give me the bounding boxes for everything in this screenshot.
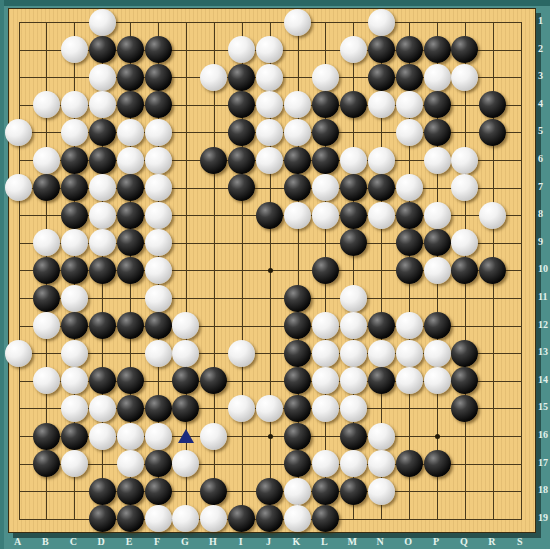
- black-stone: [145, 312, 172, 339]
- black-stone: [312, 119, 339, 146]
- white-stone: [5, 174, 32, 201]
- white-stone: [340, 340, 367, 367]
- white-stone: [340, 312, 367, 339]
- white-stone: [340, 147, 367, 174]
- hoshi-point: [435, 434, 440, 439]
- white-stone: [256, 91, 283, 118]
- black-stone: [340, 174, 367, 201]
- row-label-4: 4: [538, 98, 550, 109]
- black-stone: [256, 202, 283, 229]
- column-label-I: I: [231, 536, 251, 547]
- white-stone: [368, 450, 395, 477]
- white-stone: [312, 64, 339, 91]
- white-stone: [451, 229, 478, 256]
- black-stone: [312, 257, 339, 284]
- black-stone: [33, 174, 60, 201]
- white-stone: [228, 340, 255, 367]
- white-stone: [312, 450, 339, 477]
- white-stone: [61, 229, 88, 256]
- black-stone: [368, 64, 395, 91]
- column-label-G: G: [175, 536, 195, 547]
- white-stone: [33, 91, 60, 118]
- black-stone: [284, 367, 311, 394]
- black-stone: [117, 174, 144, 201]
- white-stone: [117, 450, 144, 477]
- column-label-H: H: [203, 536, 223, 547]
- black-stone: [396, 64, 423, 91]
- black-stone: [284, 285, 311, 312]
- black-stone: [340, 91, 367, 118]
- white-stone: [256, 64, 283, 91]
- go-viewer-window: ABCDEFGHIJKLMNOPQRS123456789101112131415…: [0, 0, 550, 549]
- black-stone: [145, 395, 172, 422]
- white-stone: [172, 450, 199, 477]
- column-label-C: C: [63, 536, 83, 547]
- row-label-14: 14: [538, 374, 550, 385]
- white-stone: [5, 340, 32, 367]
- go-board[interactable]: [8, 8, 536, 533]
- black-stone: [340, 423, 367, 450]
- black-stone: [424, 36, 451, 63]
- white-stone: [89, 423, 116, 450]
- black-stone: [368, 367, 395, 394]
- row-label-19: 19: [538, 512, 550, 523]
- black-stone: [145, 478, 172, 505]
- column-label-D: D: [91, 536, 111, 547]
- black-stone: [284, 312, 311, 339]
- grid-line-vertical: [19, 22, 20, 520]
- white-stone: [5, 119, 32, 146]
- black-stone: [396, 36, 423, 63]
- white-stone: [200, 423, 227, 450]
- black-stone: [61, 423, 88, 450]
- frame-bevel-left: [0, 0, 4, 549]
- black-stone: [396, 257, 423, 284]
- white-stone: [256, 395, 283, 422]
- black-stone: [284, 340, 311, 367]
- white-stone: [396, 312, 423, 339]
- grid-line-vertical: [186, 22, 187, 520]
- white-stone: [284, 478, 311, 505]
- black-stone: [479, 119, 506, 146]
- black-stone: [256, 478, 283, 505]
- black-stone: [451, 257, 478, 284]
- column-label-A: A: [8, 536, 28, 547]
- black-stone: [89, 257, 116, 284]
- column-label-R: R: [482, 536, 502, 547]
- white-stone: [479, 202, 506, 229]
- black-stone: [89, 36, 116, 63]
- row-label-1: 1: [538, 15, 550, 26]
- white-stone: [61, 367, 88, 394]
- white-stone: [89, 174, 116, 201]
- column-label-K: K: [287, 536, 307, 547]
- black-stone: [89, 505, 116, 532]
- white-stone: [368, 9, 395, 36]
- white-stone: [424, 257, 451, 284]
- black-stone: [396, 229, 423, 256]
- black-stone: [228, 505, 255, 532]
- white-stone: [89, 395, 116, 422]
- hoshi-point: [268, 434, 273, 439]
- black-stone: [479, 91, 506, 118]
- white-stone: [117, 147, 144, 174]
- white-stone: [284, 505, 311, 532]
- black-stone: [117, 312, 144, 339]
- black-stone: [200, 478, 227, 505]
- black-stone: [284, 174, 311, 201]
- row-label-12: 12: [538, 319, 550, 330]
- white-stone: [61, 91, 88, 118]
- white-stone: [145, 285, 172, 312]
- black-stone: [89, 478, 116, 505]
- white-stone: [312, 367, 339, 394]
- black-stone: [33, 450, 60, 477]
- row-label-2: 2: [538, 43, 550, 54]
- white-stone: [312, 174, 339, 201]
- black-stone: [284, 423, 311, 450]
- white-stone: [117, 423, 144, 450]
- black-stone: [424, 229, 451, 256]
- white-stone: [256, 119, 283, 146]
- white-stone: [284, 9, 311, 36]
- column-label-J: J: [259, 536, 279, 547]
- white-stone: [340, 285, 367, 312]
- white-stone: [340, 395, 367, 422]
- row-label-11: 11: [538, 291, 550, 302]
- white-stone: [200, 505, 227, 532]
- black-stone: [172, 367, 199, 394]
- black-stone: [368, 174, 395, 201]
- black-stone: [479, 257, 506, 284]
- black-stone: [61, 202, 88, 229]
- row-label-5: 5: [538, 125, 550, 136]
- white-stone: [145, 229, 172, 256]
- white-stone: [396, 340, 423, 367]
- black-stone: [312, 91, 339, 118]
- black-stone: [284, 395, 311, 422]
- white-stone: [256, 36, 283, 63]
- black-stone: [424, 119, 451, 146]
- row-label-3: 3: [538, 70, 550, 81]
- black-stone: [340, 478, 367, 505]
- white-stone: [172, 505, 199, 532]
- black-stone: [228, 174, 255, 201]
- white-stone: [368, 91, 395, 118]
- black-stone: [312, 478, 339, 505]
- black-stone: [61, 312, 88, 339]
- white-stone: [89, 91, 116, 118]
- column-label-L: L: [314, 536, 334, 547]
- black-stone: [145, 91, 172, 118]
- column-label-M: M: [342, 536, 362, 547]
- white-stone: [61, 119, 88, 146]
- white-stone: [145, 340, 172, 367]
- black-stone: [145, 64, 172, 91]
- black-stone: [424, 91, 451, 118]
- white-stone: [33, 312, 60, 339]
- white-stone: [451, 64, 478, 91]
- white-stone: [33, 147, 60, 174]
- white-stone: [396, 91, 423, 118]
- black-stone: [61, 174, 88, 201]
- black-stone: [396, 450, 423, 477]
- black-stone: [117, 229, 144, 256]
- black-stone: [145, 450, 172, 477]
- frame-bevel-top: [0, 0, 550, 6]
- row-label-18: 18: [538, 484, 550, 495]
- white-stone: [368, 423, 395, 450]
- black-stone: [424, 312, 451, 339]
- white-stone: [200, 64, 227, 91]
- black-stone: [89, 367, 116, 394]
- white-stone: [396, 367, 423, 394]
- row-label-13: 13: [538, 346, 550, 357]
- column-label-B: B: [35, 536, 55, 547]
- white-stone: [424, 202, 451, 229]
- black-stone: [117, 395, 144, 422]
- white-stone: [368, 478, 395, 505]
- white-stone: [89, 9, 116, 36]
- black-stone: [451, 340, 478, 367]
- white-stone: [172, 312, 199, 339]
- column-label-S: S: [510, 536, 530, 547]
- white-stone: [424, 340, 451, 367]
- white-stone: [145, 202, 172, 229]
- black-stone: [117, 257, 144, 284]
- white-stone: [284, 91, 311, 118]
- column-label-Q: Q: [454, 536, 474, 547]
- column-label-O: O: [398, 536, 418, 547]
- white-stone: [61, 285, 88, 312]
- black-stone: [312, 505, 339, 532]
- white-stone: [172, 340, 199, 367]
- black-stone: [228, 91, 255, 118]
- white-stone: [396, 119, 423, 146]
- black-stone: [89, 312, 116, 339]
- white-stone: [33, 367, 60, 394]
- white-stone: [61, 395, 88, 422]
- black-stone: [228, 64, 255, 91]
- row-label-7: 7: [538, 181, 550, 192]
- white-stone: [228, 36, 255, 63]
- column-label-P: P: [426, 536, 446, 547]
- row-label-6: 6: [538, 153, 550, 164]
- black-stone: [89, 119, 116, 146]
- black-stone: [228, 119, 255, 146]
- white-stone: [368, 202, 395, 229]
- black-stone: [284, 147, 311, 174]
- column-label-E: E: [119, 536, 139, 547]
- white-stone: [89, 229, 116, 256]
- black-stone: [368, 36, 395, 63]
- black-stone: [117, 36, 144, 63]
- black-stone: [61, 147, 88, 174]
- white-stone: [368, 147, 395, 174]
- black-stone: [145, 36, 172, 63]
- black-stone: [396, 202, 423, 229]
- row-label-17: 17: [538, 457, 550, 468]
- black-stone: [256, 505, 283, 532]
- black-stone: [117, 202, 144, 229]
- black-stone: [228, 147, 255, 174]
- white-stone: [33, 229, 60, 256]
- white-stone: [284, 119, 311, 146]
- white-stone: [312, 202, 339, 229]
- black-stone: [451, 367, 478, 394]
- grid-line-vertical: [521, 22, 522, 520]
- black-stone: [172, 395, 199, 422]
- white-stone: [145, 119, 172, 146]
- white-stone: [89, 64, 116, 91]
- column-label-N: N: [370, 536, 390, 547]
- white-stone: [89, 202, 116, 229]
- white-stone: [340, 367, 367, 394]
- white-stone: [340, 36, 367, 63]
- row-label-16: 16: [538, 429, 550, 440]
- black-stone: [200, 147, 227, 174]
- white-stone: [396, 174, 423, 201]
- white-stone: [145, 257, 172, 284]
- black-stone: [117, 64, 144, 91]
- white-stone: [61, 450, 88, 477]
- black-stone: [200, 367, 227, 394]
- black-stone: [312, 147, 339, 174]
- black-stone: [117, 505, 144, 532]
- white-stone: [340, 450, 367, 477]
- white-stone: [424, 64, 451, 91]
- black-stone: [284, 450, 311, 477]
- row-label-9: 9: [538, 236, 550, 247]
- black-stone: [368, 312, 395, 339]
- black-stone: [340, 229, 367, 256]
- white-stone: [61, 340, 88, 367]
- black-stone: [61, 257, 88, 284]
- white-stone: [312, 340, 339, 367]
- white-stone: [145, 423, 172, 450]
- black-stone: [451, 36, 478, 63]
- white-stone: [451, 174, 478, 201]
- white-stone: [424, 147, 451, 174]
- white-stone: [424, 367, 451, 394]
- white-stone: [451, 147, 478, 174]
- black-stone: [340, 202, 367, 229]
- white-stone: [284, 202, 311, 229]
- white-stone: [145, 505, 172, 532]
- white-stone: [228, 395, 255, 422]
- black-stone: [33, 257, 60, 284]
- white-stone: [61, 36, 88, 63]
- white-stone: [368, 340, 395, 367]
- white-stone: [312, 395, 339, 422]
- white-stone: [117, 119, 144, 146]
- row-label-15: 15: [538, 401, 550, 412]
- row-label-10: 10: [538, 263, 550, 274]
- column-label-F: F: [147, 536, 167, 547]
- black-stone: [424, 450, 451, 477]
- white-stone: [145, 147, 172, 174]
- black-stone: [33, 423, 60, 450]
- white-stone: [256, 147, 283, 174]
- black-stone: [117, 478, 144, 505]
- black-stone: [89, 147, 116, 174]
- hoshi-point: [268, 268, 273, 273]
- black-stone: [451, 395, 478, 422]
- black-stone: [117, 367, 144, 394]
- black-stone: [33, 285, 60, 312]
- white-stone: [145, 174, 172, 201]
- white-stone: [312, 312, 339, 339]
- row-label-8: 8: [538, 208, 550, 219]
- triangle-marker: [178, 429, 194, 443]
- black-stone: [117, 91, 144, 118]
